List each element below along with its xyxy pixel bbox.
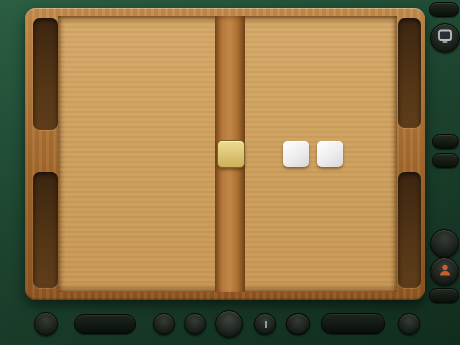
bearoff-tray-bottom-right[interactable] [398,172,421,288]
bearoff-tray-top-left[interactable] [33,18,58,130]
close-button[interactable] [398,313,420,335]
score-badge-top [432,134,459,149]
opponent-pip-count-badge [429,2,459,17]
computer-icon [437,29,453,48]
opponent-avatar-button[interactable] [430,23,460,53]
quadrant-top-left [64,16,215,132]
stop-button[interactable] [184,313,206,335]
person-icon [438,263,452,281]
game-timer [74,314,136,334]
play-button[interactable] [215,310,243,338]
star-button[interactable] [430,229,459,258]
quadrant-bottom-left [64,176,215,292]
player-avatar-button[interactable] [430,257,459,286]
rewind-button[interactable] [153,313,175,335]
score-badge-bottom [432,153,459,168]
player-pip-count-badge [429,288,459,303]
bearoff-tray-bottom-left[interactable] [33,172,58,288]
backgammon-app [0,0,460,345]
status-pill[interactable] [321,313,385,334]
backgammon-board [25,8,425,300]
die-1[interactable] [283,141,309,167]
step-forward-bar [265,321,267,328]
doubling-cube[interactable] [217,140,245,168]
quadrant-top-right [245,16,391,132]
quadrant-bottom-right [245,176,391,292]
step-forward-button[interactable] [254,313,276,335]
bearoff-tray-top-right[interactable] [398,18,421,128]
fast-forward-button[interactable] [286,313,310,335]
menu-button[interactable] [34,312,58,336]
die-2[interactable] [317,141,343,167]
